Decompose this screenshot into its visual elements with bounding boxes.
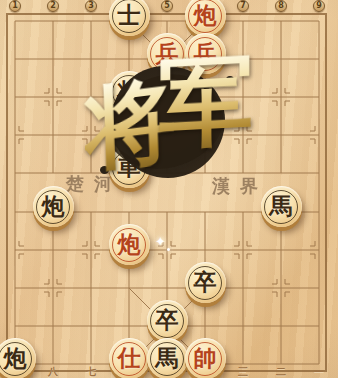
file-label-bottom-8: 二 xyxy=(271,365,291,378)
file-label-bottom-2: 八 xyxy=(43,365,63,378)
piece-glyph: 炮 xyxy=(4,346,27,369)
piece-red-cannon[interactable]: 炮 xyxy=(109,224,150,265)
piece-red-soldier[interactable]: 兵 xyxy=(147,33,188,74)
piece-glyph: 馬 xyxy=(156,346,179,369)
file-label-top-5: 5 xyxy=(161,0,173,12)
piece-glyph: 仕 xyxy=(118,346,141,369)
piece-glyph: 炮 xyxy=(42,194,65,217)
file-label-top-2: 2 xyxy=(47,0,59,12)
sparkle-dot xyxy=(167,248,170,251)
piece-glyph: 帥 xyxy=(194,346,217,369)
piece-glyph: 将 xyxy=(118,79,141,102)
river-label-hanjie: 漢界 xyxy=(212,174,268,198)
piece-glyph: 士 xyxy=(118,3,141,26)
file-label-top-9: 9 xyxy=(313,0,325,12)
file-label-top-3: 3 xyxy=(85,0,97,12)
piece-glyph: 炮 xyxy=(118,232,141,255)
piece-red-cannon[interactable]: 炮 xyxy=(185,0,226,36)
piece-red-soldier[interactable]: 兵 xyxy=(185,33,226,74)
piece-black-cannon[interactable]: 炮 xyxy=(0,338,36,378)
xiangqi-game-screen: 123456789 九八七六五四三二一 楚河 漢界 士炮兵兵将車炮馬炮卒卒炮仕馬… xyxy=(0,0,338,378)
piece-glyph: 卒 xyxy=(194,270,217,293)
piece-black-soldier[interactable]: 卒 xyxy=(185,262,226,303)
file-label-top-7: 7 xyxy=(237,0,249,12)
piece-black-cannon[interactable]: 炮 xyxy=(33,186,74,227)
piece-black-advisor[interactable]: 士 xyxy=(109,0,150,36)
piece-glyph: 馬 xyxy=(270,194,293,217)
piece-black-soldier[interactable]: 卒 xyxy=(147,300,188,341)
piece-black-horse[interactable]: 馬 xyxy=(261,186,302,227)
file-label-bottom-3: 七 xyxy=(81,365,101,378)
piece-black-chariot[interactable]: 車 xyxy=(109,147,150,188)
file-label-bottom-7: 三 xyxy=(233,365,253,378)
piece-red-advisor[interactable]: 仕 xyxy=(109,338,150,378)
file-label-top-1: 1 xyxy=(9,0,21,12)
file-label-top-8: 8 xyxy=(275,0,287,12)
piece-glyph: 兵 xyxy=(156,41,179,64)
sparkle-effect: ✦ xyxy=(155,234,166,249)
piece-red-general[interactable]: 帥 xyxy=(185,338,226,378)
piece-glyph: 車 xyxy=(118,155,141,178)
piece-glyph: 卒 xyxy=(156,308,179,331)
piece-black-horse[interactable]: 馬 xyxy=(147,338,188,378)
piece-glyph: 兵 xyxy=(194,41,217,64)
piece-black-general[interactable]: 将 xyxy=(109,71,150,112)
piece-glyph: 炮 xyxy=(194,3,217,26)
file-label-bottom-9: 一 xyxy=(309,365,329,378)
